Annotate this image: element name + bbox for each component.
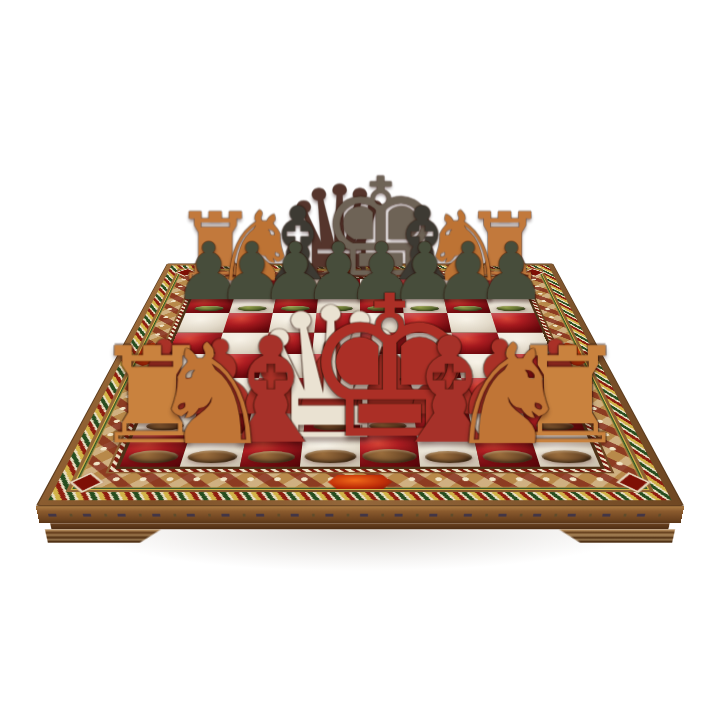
square-g1[interactable]: ♞ [473,434,540,467]
board-top-surface: ♜♞♝♛♚♝♞♜♟♟♟♟♟♟♟♟♟♟♟♟♟♟♟♟♜♞♝♛♚♝♞♜ [36,263,685,506]
board-front-edge [36,506,685,523]
checkerboard: ♜♞♝♛♚♝♞♜♟♟♟♟♟♟♟♟♟♟♟♟♟♟♟♟♜♞♝♛♚♝♞♜ [120,279,601,467]
square-b1[interactable]: ♞ [180,434,247,467]
white-knight-b1[interactable]: ♞ [149,329,273,461]
white-knight-g1[interactable]: ♞ [446,329,570,461]
front-edge-inlay-line [48,514,672,517]
chess-board: ♜♞♝♛♚♝♞♜♟♟♟♟♟♟♟♟♟♟♟♟♟♟♟♟♜♞♝♛♚♝♞♜ [36,263,685,506]
studio-backdrop: ♜♞♝♛♚♝♞♜♟♟♟♟♟♟♟♟♟♟♟♟♟♟♟♟♜♞♝♛♚♝♞♜ [0,0,720,720]
board-plinth [50,523,670,529]
inlay-hexagon-bottom [327,475,392,489]
